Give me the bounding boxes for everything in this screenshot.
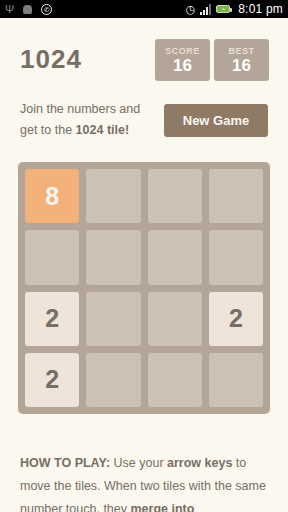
tile-2: 2 xyxy=(25,292,79,346)
screen: { "game": "1024 (2048-style sliding tile… xyxy=(0,0,288,512)
status-bar-right: ◷ ⌁ 8:01 pm xyxy=(186,2,283,16)
empty-cell xyxy=(209,230,263,284)
whatsapp-icon: ✆ xyxy=(41,4,52,15)
status-bar-clock: 8:01 pm xyxy=(238,2,283,16)
score-value: 16 xyxy=(173,56,192,76)
empty-cell xyxy=(148,292,202,346)
empty-cell xyxy=(25,230,79,284)
how-to-play-text: HOW TO PLAY: Use your arrow keys to move… xyxy=(20,452,272,512)
best-label: BEST xyxy=(228,46,254,56)
battery-charging-icon: ⌁ xyxy=(216,5,230,13)
tile-2: 2 xyxy=(209,292,263,346)
how-to-play-bold: HOW TO PLAY: xyxy=(20,456,110,470)
new-game-button[interactable]: New Game xyxy=(164,104,268,137)
tile-8: 8 xyxy=(25,169,79,223)
best-box: BEST 16 xyxy=(214,39,269,81)
intro-line2-normal: get to the xyxy=(20,123,76,137)
signal-bars-icon xyxy=(200,4,211,15)
android-icon xyxy=(23,5,32,14)
empty-cell xyxy=(86,230,140,284)
how-to-play-bold: arrow keys xyxy=(167,456,232,470)
usb-icon: Ψ xyxy=(5,4,14,15)
empty-cell xyxy=(148,169,202,223)
board[interactable]: 8222 xyxy=(18,162,270,414)
empty-cell xyxy=(86,169,140,223)
empty-cell xyxy=(209,353,263,407)
intro-line1: Join the numbers and xyxy=(20,102,140,116)
status-bar: Ψ ✆ ◷ ⌁ 8:01 pm xyxy=(0,0,288,18)
alarm-clock-icon: ◷ xyxy=(186,4,196,15)
intro-text: Join the numbers and get to the 1024 til… xyxy=(20,99,140,141)
score-panel: SCORE 16 BEST 16 xyxy=(155,39,269,81)
how-to-play-bold: merge into xyxy=(130,502,194,512)
empty-cell xyxy=(209,169,263,223)
intro-goal-bold: 1024 tile! xyxy=(76,123,130,137)
score-label: SCORE xyxy=(165,46,200,56)
status-bar-left: Ψ ✆ xyxy=(5,4,52,15)
empty-cell xyxy=(86,292,140,346)
how-to-play-normal: Use your xyxy=(110,456,167,470)
page-title: 1024 xyxy=(20,44,82,75)
best-value: 16 xyxy=(232,56,251,76)
empty-cell xyxy=(86,353,140,407)
empty-cell xyxy=(148,353,202,407)
tile-2: 2 xyxy=(25,353,79,407)
score-box: SCORE 16 xyxy=(155,39,210,81)
empty-cell xyxy=(148,230,202,284)
